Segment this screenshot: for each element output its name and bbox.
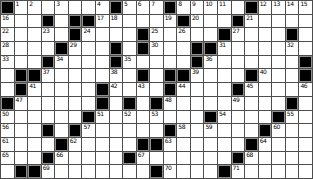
cell-r3c23[interactable] [299,28,312,41]
cell-r2c1[interactable]: 16 [1,15,14,28]
cell-r9c14[interactable] [177,111,190,124]
cell-r7c7[interactable] [82,83,95,96]
cell-r6c15[interactable]: 39 [191,69,204,82]
cell-r7c17[interactable] [218,83,231,96]
cell-r8c6[interactable] [69,97,82,110]
cell-r5c16[interactable]: 36 [204,56,217,69]
cell-r11c13[interactable]: 63 [164,138,177,151]
cell-r9c17[interactable]: 54 [218,111,231,124]
cell-r10c8[interactable] [96,124,109,137]
cell-r6c16[interactable] [204,69,217,82]
cell-r10c15[interactable] [191,124,204,137]
cell-r10c11[interactable] [137,124,150,137]
clue-number-6: 6 [138,0,141,8]
cell-r9c11[interactable] [137,111,150,124]
cell-r5c8[interactable] [96,56,109,69]
cell-r11c8[interactable] [96,138,109,151]
black-cell-r3c6 [69,28,82,41]
cell-r11c3[interactable] [28,138,41,151]
black-cell-r8c8 [96,97,109,110]
cell-r5c14[interactable] [177,56,190,69]
cell-r2c20[interactable] [259,15,272,28]
cell-r11c6[interactable]: 62 [69,138,82,151]
cell-r5c21[interactable] [272,56,285,69]
cell-r11c2[interactable] [15,138,28,151]
cell-r1c22[interactable]: 14 [286,1,299,14]
cell-r3c16[interactable] [204,28,217,41]
cell-r6c4[interactable]: 37 [42,69,55,82]
cell-r8c11[interactable] [137,97,150,110]
cell-r4c13[interactable] [164,42,177,55]
cell-r11c15[interactable] [191,138,204,151]
cell-r12c5[interactable]: 66 [55,152,68,165]
cell-r9c1[interactable]: 50 [1,111,14,124]
cell-r6c5[interactable] [55,69,68,82]
cell-r3c7[interactable]: 24 [82,28,95,41]
clue-number-50: 50 [2,110,9,118]
cell-r13c23[interactable] [299,165,312,178]
cell-r12c21[interactable] [272,152,285,165]
cell-r1c10[interactable]: 5 [123,1,136,14]
cell-r1c18[interactable] [232,1,245,14]
black-cell-r3c11 [137,28,150,41]
cell-r5c18[interactable] [232,56,245,69]
cell-r5c19[interactable] [245,56,258,69]
cell-r4c2[interactable] [15,42,28,55]
cell-r1c17[interactable]: 11 [218,1,231,14]
cell-r13c8[interactable] [96,165,109,178]
cell-r4c12[interactable]: 30 [150,42,163,55]
cell-r11c23[interactable] [299,138,312,151]
cell-r2c11[interactable] [137,15,150,28]
clue-number-27: 27 [233,27,240,35]
clue-number-66: 66 [56,151,63,159]
cell-r4c1[interactable]: 28 [1,42,14,55]
cell-r6c10[interactable] [123,69,136,82]
cell-r2c16[interactable] [204,15,217,28]
cell-r5c20[interactable] [259,56,272,69]
cell-r7c20[interactable] [259,83,272,96]
black-cell-r1c19 [245,1,258,14]
cell-r12c1[interactable]: 65 [1,152,14,165]
cell-r3c13[interactable] [164,28,177,41]
cell-r8c21[interactable] [272,97,285,110]
clue-number-54: 54 [219,110,226,118]
clue-number-69: 69 [43,164,50,172]
cell-r5c1[interactable]: 33 [1,56,14,69]
cell-r12c2[interactable] [15,152,28,165]
cell-r8c23[interactable] [299,97,312,110]
cell-r10c12[interactable] [150,124,163,137]
clue-number-28: 28 [2,41,9,49]
cell-r4c14[interactable] [177,42,190,55]
black-cell-r5c15 [191,56,204,69]
cell-r9c22[interactable]: 55 [286,111,299,124]
black-cell-r1c1 [1,1,14,14]
cell-r11c10[interactable] [123,138,136,151]
cell-r2c15[interactable]: 20 [191,15,204,28]
cell-r3c5[interactable] [55,28,68,41]
cell-r6c9[interactable]: 38 [110,69,123,82]
cell-r2c13[interactable]: 19 [164,15,177,28]
clue-number-65: 65 [2,151,9,159]
cell-r1c5[interactable]: 3 [55,1,68,14]
cell-r7c5[interactable] [55,83,68,96]
cell-r12c6[interactable] [69,152,82,165]
cell-r10c10[interactable] [123,124,136,137]
cell-r10c3[interactable] [28,124,41,137]
cell-r10c2[interactable] [15,124,28,137]
cell-r12c15[interactable] [191,152,204,165]
cell-r7c6[interactable] [69,83,82,96]
cell-r12c8[interactable] [96,152,109,165]
cell-r5c22[interactable] [286,56,299,69]
cell-r1c14[interactable]: 8 [177,1,190,14]
cell-r8c20[interactable] [259,97,272,110]
clue-number-38: 38 [111,68,118,76]
cell-r4c8[interactable] [96,42,109,55]
clue-number-58: 58 [178,123,185,131]
cell-r2c23[interactable] [299,15,312,28]
cell-r7c10[interactable] [123,83,136,96]
cell-r11c9[interactable] [110,138,123,151]
black-cell-r8c22 [286,97,299,110]
cell-r6c18[interactable] [232,69,245,82]
cell-r3c10[interactable] [123,28,136,41]
cell-r3c18[interactable]: 27 [232,28,245,41]
cell-r4c22[interactable]: 32 [286,42,299,55]
cell-r3c1[interactable]: 22 [1,28,14,41]
clue-number-12: 12 [260,0,267,8]
cell-r7c19[interactable]: 45 [245,83,258,96]
cell-r10c14[interactable]: 58 [177,124,190,137]
cell-r9c12[interactable]: 53 [150,111,163,124]
cell-r11c16[interactable] [204,138,217,151]
cell-r9c13[interactable] [164,111,177,124]
cell-r12c16[interactable] [204,152,217,165]
black-cell-r5c9 [110,56,123,69]
cell-r13c11[interactable] [137,165,150,178]
cell-r2c22[interactable] [286,15,299,28]
cell-r13c15[interactable] [191,165,204,178]
cell-r4c3[interactable] [28,42,41,55]
clue-number-62: 62 [70,137,77,145]
cell-r10c9[interactable] [110,124,123,137]
cell-r1c7[interactable] [82,1,95,14]
clue-number-67: 67 [138,151,145,159]
cell-r13c21[interactable] [272,165,285,178]
cell-r10c18[interactable] [232,124,245,137]
cell-r4c21[interactable] [272,42,285,55]
black-cell-r11c11 [137,138,150,151]
cell-r9c5[interactable] [55,111,68,124]
cell-r10c17[interactable] [218,124,231,137]
cell-r4c6[interactable]: 29 [69,42,82,55]
cell-r7c22[interactable] [286,83,299,96]
clue-number-15: 15 [300,0,307,8]
cell-r10c1[interactable]: 56 [1,124,14,137]
cell-r13c13[interactable]: 70 [164,165,177,178]
clue-number-42: 42 [111,82,118,90]
cell-r8c17[interactable] [218,97,231,110]
cell-r1c11[interactable]: 6 [137,1,150,14]
cell-r4c7[interactable] [82,42,95,55]
clue-number-52: 52 [124,110,131,118]
cell-r2c5[interactable] [55,15,68,28]
cell-r3c9[interactable] [110,28,123,41]
cell-r12c12[interactable] [150,152,163,165]
clue-number-1: 1 [16,0,19,8]
cell-r5c13[interactable] [164,56,177,69]
cell-r6c6[interactable] [69,69,82,82]
clue-number-20: 20 [192,14,199,22]
clue-number-48: 48 [165,96,172,104]
black-cell-r2c4 [42,15,55,28]
cell-r12c3[interactable] [28,152,41,165]
cell-r1c20[interactable]: 12 [259,1,272,14]
cell-r5c7[interactable] [82,56,95,69]
black-cell-r6c23 [299,69,312,82]
cell-r10c23[interactable] [299,124,312,137]
cell-r13c16[interactable] [204,165,217,178]
cell-r7c14[interactable]: 44 [177,83,190,96]
cell-r2c21[interactable] [272,15,285,28]
cell-r11c4[interactable] [42,138,55,151]
cell-r11c7[interactable] [82,138,95,151]
cell-r3c3[interactable] [28,28,41,41]
cell-r8c3[interactable] [28,97,41,110]
cell-r5c10[interactable]: 35 [123,56,136,69]
cell-r9c15[interactable] [191,111,204,124]
cell-r7c16[interactable] [204,83,217,96]
black-cell-r4c11 [137,42,150,55]
cell-r3c15[interactable] [191,28,204,41]
cell-r13c5[interactable] [55,165,68,178]
cell-r12c7[interactable] [82,152,95,165]
clue-number-56: 56 [2,123,9,131]
cell-r8c16[interactable] [204,97,217,110]
cell-r10c5[interactable] [55,124,68,137]
cell-r13c4[interactable]: 69 [42,165,55,178]
black-cell-r2c18 [232,15,245,28]
cell-r7c12[interactable] [150,83,163,96]
cell-r11c21[interactable] [272,138,285,151]
crossword-board: 1234567891011121314151617181920212223242… [0,0,313,179]
cell-r8c4[interactable] [42,97,55,110]
cell-r11c17[interactable] [218,138,231,151]
cell-r9c23[interactable] [299,111,312,124]
cell-r8c7[interactable] [82,97,95,110]
cell-r3c12[interactable]: 25 [150,28,163,41]
cell-r1c6[interactable] [69,1,82,14]
cell-r2c3[interactable] [28,15,41,28]
cell-r12c9[interactable] [110,152,123,165]
cell-r9c10[interactable]: 52 [123,111,136,124]
cell-r12c20[interactable] [259,152,272,165]
cell-r8c15[interactable] [191,97,204,110]
cell-r1c16[interactable]: 10 [204,1,217,14]
cell-r4c18[interactable] [232,42,245,55]
cell-r7c9[interactable]: 42 [110,83,123,96]
cell-r11c14[interactable] [177,138,190,151]
cell-r9c20[interactable] [259,111,272,124]
cell-r9c2[interactable] [15,111,28,124]
cell-r1c4[interactable] [42,1,55,14]
black-cell-r4c9 [110,42,123,55]
cell-r9c18[interactable] [232,111,245,124]
cell-r11c22[interactable] [286,138,299,151]
cell-r2c19[interactable]: 21 [245,15,258,28]
cell-r8c2[interactable]: 47 [15,97,28,110]
cell-r8c14[interactable] [177,97,190,110]
cell-r8c5[interactable] [55,97,68,110]
cell-r9c19[interactable] [245,111,258,124]
cell-r9c3[interactable] [28,111,41,124]
clue-number-46: 46 [300,82,307,90]
cell-r6c1[interactable] [1,69,14,82]
black-cell-r10c20 [259,124,272,137]
cell-r1c8[interactable]: 4 [96,1,109,14]
cell-r5c11[interactable] [137,56,150,69]
cell-r1c3[interactable]: 2 [28,1,41,14]
cell-r6c21[interactable] [272,69,285,82]
cell-r7c15[interactable] [191,83,204,96]
cell-r7c3[interactable]: 41 [28,83,41,96]
cell-r7c11[interactable]: 43 [137,83,150,96]
cell-r10c22[interactable] [286,124,299,137]
cell-r4c4[interactable] [42,42,55,55]
black-cell-r5c23 [299,56,312,69]
cell-r4c10[interactable] [123,42,136,55]
cell-r6c7[interactable] [82,69,95,82]
cell-r2c10[interactable] [123,15,136,28]
cell-r3c20[interactable] [259,28,272,41]
cell-r12c17[interactable] [218,152,231,165]
cell-r13c22[interactable] [286,165,299,178]
cell-r13c7[interactable] [82,165,95,178]
cell-r3c19[interactable] [245,28,258,41]
cell-r7c23[interactable]: 46 [299,83,312,96]
cell-r5c5[interactable]: 34 [55,56,68,69]
clue-number-14: 14 [287,0,294,8]
clue-number-8: 8 [178,0,181,8]
cell-r13c1[interactable] [1,165,14,178]
black-cell-r10c4 [42,124,55,137]
cell-r13c14[interactable] [177,165,190,178]
cell-r13c10[interactable] [123,165,136,178]
cell-r2c12[interactable] [150,15,163,28]
cell-r5c2[interactable] [15,56,28,69]
cell-r6c17[interactable] [218,69,231,82]
cell-r5c6[interactable] [69,56,82,69]
cell-r3c21[interactable] [272,28,285,41]
clue-number-32: 32 [287,41,294,49]
cell-r7c21[interactable] [272,83,285,96]
black-cell-r12c10 [123,152,136,165]
cell-r1c23[interactable]: 15 [299,1,312,14]
clue-number-19: 19 [165,14,172,22]
cell-r10c21[interactable]: 60 [272,124,285,137]
cell-r4c23[interactable] [299,42,312,55]
cell-r13c9[interactable] [110,165,123,178]
cell-r7c1[interactable] [1,83,14,96]
cell-r5c3[interactable] [28,56,41,69]
clue-number-7: 7 [151,0,154,8]
cell-r1c21[interactable]: 13 [272,1,285,14]
cell-r10c7[interactable]: 57 [82,124,95,137]
clue-number-18: 18 [111,14,118,22]
cell-r7c4[interactable] [42,83,55,96]
clue-number-16: 16 [2,14,9,22]
cell-r1c2[interactable]: 1 [15,1,28,14]
cell-r9c4[interactable] [42,111,55,124]
cell-r10c16[interactable]: 59 [204,124,217,137]
cell-r12c23[interactable] [299,152,312,165]
cell-r9c6[interactable] [69,111,82,124]
cell-r11c1[interactable]: 61 [1,138,14,151]
clue-number-35: 35 [124,55,131,63]
cell-r12c13[interactable] [164,152,177,165]
cell-r8c9[interactable] [110,97,123,110]
cell-r2c9[interactable]: 18 [110,15,123,28]
cell-r9c9[interactable] [110,111,123,124]
cell-r3c8[interactable] [96,28,109,41]
black-cell-r9c16 [204,111,217,124]
cell-r8c18[interactable]: 49 [232,97,245,110]
cell-r8c13[interactable]: 48 [164,97,177,110]
cell-r13c20[interactable] [259,165,272,178]
cell-r4c19[interactable] [245,42,258,55]
cell-r6c12[interactable] [150,69,163,82]
cell-r6c22[interactable] [286,69,299,82]
black-cell-r6c14 [177,69,190,82]
clue-number-43: 43 [138,82,145,90]
cell-r10c19[interactable] [245,124,258,137]
cell-r8c19[interactable] [245,97,258,110]
cell-r12c22[interactable] [286,152,299,165]
cell-r11c18[interactable] [232,138,245,151]
cell-r2c2[interactable] [15,15,28,28]
cell-r12c14[interactable] [177,152,190,165]
cell-r2c8[interactable]: 17 [96,15,109,28]
cell-r3c2[interactable] [15,28,28,41]
cell-r1c15[interactable]: 9 [191,1,204,14]
cell-r1c12[interactable]: 7 [150,1,163,14]
cell-r9c8[interactable]: 51 [96,111,109,124]
black-cell-r11c5 [55,138,68,151]
cell-r3c14[interactable]: 26 [177,28,190,41]
cell-r5c12[interactable] [150,56,163,69]
cell-r4c20[interactable] [259,42,272,55]
cell-r12c19[interactable]: 68 [245,152,258,165]
cell-r3c4[interactable]: 23 [42,28,55,41]
cell-r5c17[interactable] [218,56,231,69]
clue-number-51: 51 [97,110,104,118]
cell-r13c6[interactable] [69,165,82,178]
cell-r12c11[interactable]: 67 [137,152,150,165]
cell-r6c20[interactable]: 40 [259,69,272,82]
cell-r6c8[interactable] [96,69,109,82]
cell-r11c20[interactable]: 64 [259,138,272,151]
clue-number-4: 4 [97,0,100,8]
cell-r2c17[interactable] [218,15,231,28]
clue-number-44: 44 [178,82,185,90]
cell-r4c17[interactable]: 31 [218,42,231,55]
cell-r13c18[interactable]: 71 [232,165,245,178]
cell-r13c19[interactable] [245,165,258,178]
clue-number-31: 31 [219,41,226,49]
clue-number-71: 71 [233,164,240,172]
